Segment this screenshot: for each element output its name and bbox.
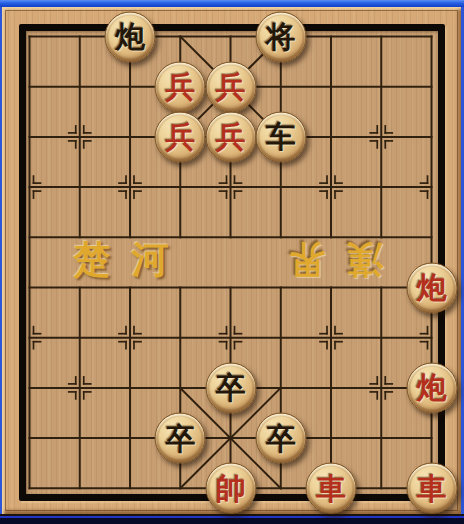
piece-glyph: 炮 bbox=[417, 273, 447, 303]
piece-red-cannon[interactable]: 炮 bbox=[406, 262, 457, 313]
piece-red-soldier[interactable]: 兵 bbox=[155, 111, 206, 162]
piece-black-soldier[interactable]: 卒 bbox=[255, 413, 306, 464]
piece-red-cannon[interactable]: 炮 bbox=[406, 362, 457, 413]
piece-black-soldier[interactable]: 卒 bbox=[155, 413, 206, 464]
piece-red-soldier[interactable]: 兵 bbox=[205, 61, 256, 112]
piece-glyph: 炮 bbox=[115, 22, 145, 52]
piece-red-soldier[interactable]: 兵 bbox=[205, 111, 256, 162]
piece-glyph: 帥 bbox=[216, 473, 246, 503]
piece-glyph: 卒 bbox=[266, 423, 296, 453]
piece-glyph: 車 bbox=[316, 473, 346, 503]
piece-glyph: 炮 bbox=[417, 373, 447, 403]
piece-glyph: 兵 bbox=[165, 72, 195, 102]
piece-glyph: 兵 bbox=[165, 122, 195, 152]
pieces-layer: 炮将兵兵兵兵车炮卒炮卒卒帥車車 bbox=[0, 0, 464, 524]
piece-red-soldier[interactable]: 兵 bbox=[155, 61, 206, 112]
piece-glyph: 車 bbox=[417, 473, 447, 503]
xiangqi-app: 楚河 漢界 炮将兵兵兵兵车炮卒炮卒卒帥車車 bbox=[0, 0, 464, 524]
piece-red-general[interactable]: 帥 bbox=[205, 463, 256, 514]
piece-red-chariot[interactable]: 車 bbox=[406, 463, 457, 514]
piece-black-chariot[interactable]: 车 bbox=[255, 111, 306, 162]
piece-glyph: 兵 bbox=[216, 72, 246, 102]
piece-glyph: 兵 bbox=[216, 122, 246, 152]
piece-black-general[interactable]: 将 bbox=[255, 11, 306, 62]
piece-black-cannon[interactable]: 炮 bbox=[105, 11, 156, 62]
piece-glyph: 车 bbox=[266, 122, 296, 152]
piece-glyph: 卒 bbox=[165, 423, 195, 453]
piece-glyph: 将 bbox=[266, 22, 296, 52]
piece-black-soldier[interactable]: 卒 bbox=[205, 362, 256, 413]
piece-red-chariot[interactable]: 車 bbox=[306, 463, 357, 514]
piece-glyph: 卒 bbox=[216, 373, 246, 403]
